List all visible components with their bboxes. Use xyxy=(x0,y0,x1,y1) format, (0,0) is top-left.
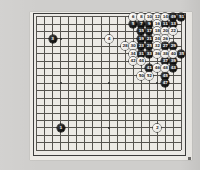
star-point xyxy=(60,82,62,84)
move-number: 35 xyxy=(179,52,184,56)
move-number: 51 xyxy=(179,15,184,19)
move-number: 4 xyxy=(108,37,110,41)
black-stone: 33 xyxy=(145,50,153,58)
white-stone: 50 xyxy=(137,72,145,80)
white-stone: 36 xyxy=(153,50,161,58)
black-stone: 47 xyxy=(161,79,169,87)
move-number: 10 xyxy=(147,15,152,19)
white-stone: 44 xyxy=(137,57,145,65)
go-board[interactable]: 1234567891011121314151617181920212223242… xyxy=(0,0,200,170)
black-stone: 27 xyxy=(161,42,169,50)
move-number: 23 xyxy=(139,44,144,48)
black-stone: 23 xyxy=(137,42,145,50)
white-stone: 10 xyxy=(145,13,153,21)
move-number: 36 xyxy=(155,52,160,56)
white-stone: 4 xyxy=(105,35,113,43)
move-number: 48 xyxy=(163,66,168,70)
move-number: 13 xyxy=(171,22,176,26)
black-stone: 1 xyxy=(57,124,65,132)
grid-line-horizontal xyxy=(36,135,181,136)
grid-line-vertical xyxy=(125,16,126,150)
move-number: 44 xyxy=(139,59,144,63)
grid-line-vertical xyxy=(133,16,134,150)
white-stone: 2 xyxy=(153,124,161,132)
grid-line-horizontal xyxy=(36,90,181,91)
move-number: 42 xyxy=(131,59,136,63)
move-number: 31 xyxy=(139,52,144,56)
move-number: 49 xyxy=(171,15,176,19)
black-stone: 49 xyxy=(169,13,177,21)
star-point xyxy=(60,38,62,40)
move-number: 11 xyxy=(163,22,168,26)
black-stone: 51 xyxy=(177,13,185,21)
white-stone: 42 xyxy=(129,57,137,65)
move-number: 1 xyxy=(59,126,61,130)
move-number: 27 xyxy=(163,44,168,48)
move-number: 38 xyxy=(163,52,168,56)
grid-line-vertical xyxy=(117,16,118,150)
grid-line-horizontal xyxy=(36,105,181,106)
move-number: 17 xyxy=(147,29,152,33)
black-stone: 29 xyxy=(169,42,177,50)
move-number: 39 xyxy=(171,59,176,63)
move-number: 22 xyxy=(171,29,176,33)
move-number: 50 xyxy=(139,74,144,78)
black-stone: 25 xyxy=(145,42,153,50)
white-stone: 8 xyxy=(137,13,145,21)
move-number: 30 xyxy=(131,44,136,48)
move-number: 43 xyxy=(171,66,176,70)
move-number: 33 xyxy=(147,52,152,56)
move-number: 9 xyxy=(148,22,150,26)
black-stone: 35 xyxy=(177,50,185,58)
move-number: 8 xyxy=(140,15,142,19)
grid-line-horizontal xyxy=(36,150,181,151)
white-stone: 30 xyxy=(129,42,137,50)
white-stone: 46 xyxy=(153,64,161,72)
white-stone: 6 xyxy=(129,13,137,21)
star-point xyxy=(156,82,158,84)
screenshot-root: 1234567891011121314151617181920212223242… xyxy=(0,0,200,170)
move-number: 6 xyxy=(132,15,134,19)
move-number: 45 xyxy=(163,74,168,78)
move-number: 19 xyxy=(139,37,144,41)
grid-line-vertical xyxy=(173,16,174,150)
grid-line-horizontal xyxy=(36,120,181,121)
move-number: 2 xyxy=(156,126,158,130)
white-stone: 52 xyxy=(145,72,153,80)
move-number: 3 xyxy=(51,37,53,41)
move-number: 15 xyxy=(139,29,144,33)
move-number: 37 xyxy=(163,59,168,63)
move-number: 29 xyxy=(171,44,176,48)
move-number: 18 xyxy=(155,29,160,33)
move-number: 41 xyxy=(147,66,152,70)
move-number: 7 xyxy=(140,22,142,26)
white-stone: 38 xyxy=(161,50,169,58)
move-number: 21 xyxy=(147,37,152,41)
grid-line-vertical xyxy=(181,16,182,150)
move-number: 34 xyxy=(131,52,136,56)
white-stone: 48 xyxy=(161,64,169,72)
white-stone: 14 xyxy=(161,13,169,21)
page-corner-mark xyxy=(188,157,191,160)
move-number: 12 xyxy=(155,15,160,19)
move-number: 40 xyxy=(171,52,176,56)
move-number: 14 xyxy=(163,15,168,19)
move-number: 25 xyxy=(147,44,152,48)
move-number: 28 xyxy=(123,44,128,48)
move-number: 52 xyxy=(147,74,152,78)
white-stone: 28 xyxy=(121,42,129,50)
white-stone: 32 xyxy=(153,42,161,50)
star-point xyxy=(108,127,110,129)
white-stone: 40 xyxy=(169,50,177,58)
move-number: 32 xyxy=(155,44,160,48)
grid-line-horizontal xyxy=(36,113,181,114)
move-number: 16 xyxy=(155,22,160,26)
black-stone: 43 xyxy=(169,64,177,72)
black-stone: 5 xyxy=(129,20,137,28)
white-stone: 22 xyxy=(169,27,177,35)
grid-line-horizontal xyxy=(36,142,181,143)
move-number: 5 xyxy=(132,22,134,26)
move-number: 47 xyxy=(163,81,168,85)
star-point xyxy=(108,82,110,84)
move-number: 24 xyxy=(155,37,160,41)
black-stone: 3 xyxy=(49,35,57,43)
grid-line-horizontal xyxy=(36,98,181,99)
move-number: 46 xyxy=(155,66,160,70)
move-number: 26 xyxy=(163,37,168,41)
move-number: 20 xyxy=(163,29,168,33)
